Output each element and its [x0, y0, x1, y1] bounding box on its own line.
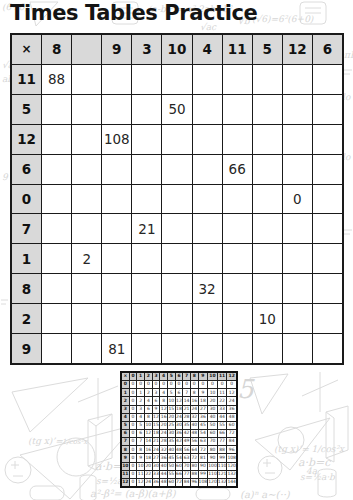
grid-empty-cell [223, 244, 252, 273]
grid-empty-cell [313, 95, 342, 124]
key-given-cell: 88 [218, 446, 227, 453]
grid-empty-cell [313, 244, 342, 273]
grid-empty-cell [253, 95, 282, 124]
grid-empty-cell [42, 125, 71, 154]
key-given-cell: 3 [137, 406, 144, 413]
key-given-cell: 8 [191, 389, 198, 396]
key-given-cell: 18 [199, 397, 208, 404]
key-given-cell: 96 [191, 479, 198, 486]
key-given-cell: 30 [208, 406, 217, 413]
key-given-cell: 77 [183, 471, 190, 478]
key-given-cell: 66 [218, 430, 227, 437]
key-given-cell: 0 [130, 397, 137, 404]
grid-empty-cell [313, 125, 342, 154]
key-given-cell: 4 [160, 389, 167, 396]
answer-key-grid: ×012345678910111200000000000000101234567… [120, 371, 238, 488]
grid-empty-cell [283, 125, 312, 154]
key-given-cell: 84 [227, 438, 236, 445]
key-given-cell: 42 [183, 430, 190, 437]
key-given-cell: 60 [208, 430, 217, 437]
key-given-cell: 120 [227, 463, 236, 470]
grid-empty-cell [193, 334, 222, 363]
key-given-cell: 10 [145, 422, 152, 429]
key-given-cell: 50 [208, 422, 217, 429]
key-given-cell: 110 [218, 463, 227, 470]
key-row-header: 7 [122, 438, 129, 445]
key-given-cell: 11 [137, 471, 144, 478]
key-row-header: 11 [122, 471, 129, 478]
key-given-cell: 6 [176, 389, 183, 396]
key-given-cell: 9 [153, 406, 160, 413]
grid-empty-cell [132, 244, 161, 273]
key-given-cell: 70 [183, 463, 190, 470]
key-given-cell: 55 [168, 471, 175, 478]
grid-empty-cell [102, 244, 131, 273]
key-given-cell: 40 [168, 446, 175, 453]
key-given-cell: 42 [176, 438, 183, 445]
key-given-cell: 6 [137, 430, 144, 437]
grid-empty-cell [72, 155, 101, 184]
grid-empty-cell [193, 65, 222, 94]
key-given-cell: 2 [145, 389, 152, 396]
key-given-cell: 0 [137, 381, 144, 388]
grid-empty-cell [162, 155, 191, 184]
key-row-header: 4 [122, 414, 129, 421]
key-given-cell: 49 [183, 438, 190, 445]
grid-empty-cell [42, 214, 71, 243]
grid-empty-cell [162, 244, 191, 273]
key-given-cell: 8 [145, 414, 152, 421]
key-given-cell: 0 [153, 381, 160, 388]
grid-row-header: 0 [12, 185, 41, 214]
grid-empty-cell [102, 304, 131, 333]
key-given-cell: 0 [176, 381, 183, 388]
grid-given-cell: 2 [72, 244, 101, 273]
grid-empty-cell [132, 185, 161, 214]
grid-empty-cell [193, 244, 222, 273]
grid-empty-cell [313, 155, 342, 184]
key-given-cell: 77 [218, 438, 227, 445]
grid-empty-cell [132, 334, 161, 363]
key-given-cell: 0 [130, 381, 137, 388]
key-given-cell: 10 [208, 389, 217, 396]
key-row-header: 5 [122, 422, 129, 429]
grid-given-cell: 10 [253, 304, 282, 333]
key-given-cell: 12 [145, 430, 152, 437]
key-given-cell: 14 [183, 397, 190, 404]
key-given-cell: 25 [168, 422, 175, 429]
key-given-cell: 22 [145, 471, 152, 478]
grid-empty-cell [162, 185, 191, 214]
key-given-cell: 2 [137, 397, 144, 404]
key-given-cell: 8 [160, 397, 167, 404]
key-given-cell: 48 [176, 446, 183, 453]
key-given-cell: 48 [227, 414, 236, 421]
grid-empty-cell [42, 304, 71, 333]
key-col-header: 1 [137, 373, 144, 380]
grid-given-cell: 32 [193, 274, 222, 303]
key-given-cell: 90 [208, 454, 217, 461]
key-given-cell: 0 [130, 463, 137, 470]
grid-empty-cell [283, 155, 312, 184]
key-given-cell: 24 [160, 430, 167, 437]
grid-col-header: 3 [132, 35, 161, 64]
key-given-cell: 27 [199, 406, 208, 413]
key-given-cell: 0 [130, 438, 137, 445]
grid-empty-cell [132, 65, 161, 94]
key-given-cell: 0 [199, 381, 208, 388]
key-col-header: 10 [208, 373, 217, 380]
key-given-cell: 0 [145, 381, 152, 388]
key-given-cell: 45 [199, 422, 208, 429]
grid-empty-cell [42, 95, 71, 124]
grid-empty-cell [72, 304, 101, 333]
key-row-header: 6 [122, 430, 129, 437]
grid-row-header: 8 [12, 274, 41, 303]
key-given-cell: 30 [153, 463, 160, 470]
grid-col-header: 11 [223, 35, 252, 64]
key-given-cell: 12 [153, 414, 160, 421]
key-given-cell: 72 [191, 454, 198, 461]
grid-empty-cell [162, 304, 191, 333]
key-given-cell: 18 [145, 454, 152, 461]
key-given-cell: 6 [145, 406, 152, 413]
grid-empty-cell [253, 65, 282, 94]
key-given-cell: 0 [168, 381, 175, 388]
key-given-cell: 11 [218, 389, 227, 396]
grid-empty-cell [253, 185, 282, 214]
key-given-cell: 100 [208, 463, 217, 470]
key-given-cell: 132 [227, 471, 236, 478]
key-row-header: 2 [122, 397, 129, 404]
grid-empty-cell [283, 334, 312, 363]
key-row-header: 1 [122, 389, 129, 396]
key-given-cell: 44 [160, 471, 167, 478]
grid-col-header: 4 [193, 35, 222, 64]
key-given-cell: 80 [191, 463, 198, 470]
key-given-cell: 7 [183, 389, 190, 396]
key-given-cell: 84 [183, 479, 190, 486]
key-given-cell: 16 [160, 414, 167, 421]
grid-empty-cell [72, 334, 101, 363]
grid-empty-cell [42, 274, 71, 303]
key-given-cell: 20 [160, 422, 167, 429]
key-col-header: 9 [199, 373, 208, 380]
key-given-cell: 36 [153, 479, 160, 486]
grid-row-header: 1 [12, 244, 41, 273]
key-given-cell: 0 [130, 446, 137, 453]
key-given-cell: 4 [137, 414, 144, 421]
key-given-cell: 48 [191, 430, 198, 437]
key-given-cell: 32 [191, 414, 198, 421]
key-given-cell: 28 [160, 438, 167, 445]
key-row-header: 0 [122, 381, 129, 388]
key-given-cell: 50 [168, 463, 175, 470]
grid-empty-cell [162, 125, 191, 154]
grid-empty-cell [313, 334, 342, 363]
grid-col-header: 8 [42, 35, 71, 64]
key-given-cell: 81 [199, 454, 208, 461]
key-given-cell: 0 [191, 381, 198, 388]
key-given-cell: 0 [130, 406, 137, 413]
key-col-header: 12 [227, 373, 236, 380]
grid-empty-cell [193, 304, 222, 333]
key-given-cell: 44 [218, 414, 227, 421]
grid-empty-cell [313, 304, 342, 333]
key-given-cell: 108 [227, 454, 236, 461]
grid-empty-cell [42, 334, 71, 363]
grid-given-cell: 88 [42, 65, 71, 94]
grid-col-header: 10 [162, 35, 191, 64]
key-given-cell: 15 [168, 406, 175, 413]
key-given-cell: 33 [218, 406, 227, 413]
grid-row-header: 9 [12, 334, 41, 363]
key-given-cell: 12 [176, 397, 183, 404]
grid-empty-cell [132, 95, 161, 124]
key-given-cell: 60 [168, 479, 175, 486]
grid-given-cell: 81 [102, 334, 131, 363]
key-given-cell: 9 [199, 389, 208, 396]
key-row-header: 3 [122, 406, 129, 413]
key-given-cell: 132 [218, 479, 227, 486]
grid-empty-cell [223, 274, 252, 303]
grid-empty-cell [132, 155, 161, 184]
grid-corner-cell: × [12, 35, 41, 64]
key-given-cell: 40 [208, 414, 217, 421]
key-given-cell: 63 [199, 438, 208, 445]
key-given-cell: 27 [153, 454, 160, 461]
key-given-cell: 54 [176, 454, 183, 461]
key-given-cell: 121 [218, 471, 227, 478]
grid-given-cell: 0 [283, 185, 312, 214]
key-given-cell: 88 [191, 471, 198, 478]
key-given-cell: 0 [130, 471, 137, 478]
grid-empty-cell [102, 95, 131, 124]
key-given-cell: 35 [183, 422, 190, 429]
key-given-cell: 45 [168, 454, 175, 461]
grid-row-header: 11 [12, 65, 41, 94]
key-given-cell: 30 [176, 422, 183, 429]
page-title: Times Tables Practice [10, 1, 257, 25]
key-col-header: 2 [145, 373, 152, 380]
key-given-cell: 15 [153, 422, 160, 429]
key-given-cell: 63 [183, 454, 190, 461]
key-given-cell: 33 [153, 471, 160, 478]
key-given-cell: 99 [199, 471, 208, 478]
key-given-cell: 0 [183, 381, 190, 388]
grid-empty-cell [72, 274, 101, 303]
key-given-cell: 28 [183, 414, 190, 421]
key-given-cell: 18 [153, 430, 160, 437]
grid-col-header: 9 [102, 35, 131, 64]
grid-empty-cell [162, 214, 191, 243]
key-col-header: 11 [218, 373, 227, 380]
key-given-cell: 8 [137, 446, 144, 453]
key-given-cell: 20 [168, 414, 175, 421]
grid-empty-cell [72, 214, 101, 243]
key-col-header: 5 [168, 373, 175, 380]
key-given-cell: 24 [153, 446, 160, 453]
key-given-cell: 40 [160, 463, 167, 470]
key-given-cell: 30 [168, 430, 175, 437]
key-given-cell: 10 [168, 397, 175, 404]
grid-empty-cell [253, 244, 282, 273]
grid-empty-cell [193, 125, 222, 154]
key-given-cell: 48 [160, 479, 167, 486]
key-col-header: 8 [191, 373, 198, 380]
key-given-cell: 0 [130, 414, 137, 421]
key-given-cell: 72 [176, 479, 183, 486]
key-given-cell: 10 [137, 463, 144, 470]
key-given-cell: 72 [227, 430, 236, 437]
grid-empty-cell [42, 185, 71, 214]
key-given-cell: 14 [145, 438, 152, 445]
grid-empty-cell [132, 125, 161, 154]
key-given-cell: 32 [160, 446, 167, 453]
key-given-cell: 16 [191, 397, 198, 404]
grid-empty-cell [162, 334, 191, 363]
grid-empty-cell [283, 244, 312, 273]
key-given-cell: 56 [191, 438, 198, 445]
key-given-cell: 36 [160, 454, 167, 461]
grid-col-header: 12 [283, 35, 312, 64]
key-given-cell: 20 [145, 463, 152, 470]
worksheet-page: Times Tables Practice ×89310411512611885… [0, 0, 353, 500]
key-given-cell: 21 [153, 438, 160, 445]
grid-col-header: 6 [313, 35, 342, 64]
grid-empty-cell [313, 65, 342, 94]
key-given-cell: 0 [160, 381, 167, 388]
key-given-cell: 80 [208, 446, 217, 453]
key-given-cell: 0 [130, 479, 137, 486]
grid-empty-cell [223, 125, 252, 154]
grid-empty-cell [42, 155, 71, 184]
grid-row-header: 6 [12, 155, 41, 184]
grid-empty-cell [193, 155, 222, 184]
key-given-cell: 6 [153, 397, 160, 404]
grid-empty-cell [253, 334, 282, 363]
key-given-cell: 96 [227, 446, 236, 453]
key-given-cell: 0 [227, 381, 236, 388]
key-given-cell: 9 [137, 454, 144, 461]
key-given-cell: 21 [183, 406, 190, 413]
grid-empty-cell [72, 95, 101, 124]
grid-empty-cell [283, 274, 312, 303]
key-given-cell: 22 [218, 397, 227, 404]
key-given-cell: 4 [145, 397, 152, 404]
key-row-header: 10 [122, 463, 129, 470]
key-corner-cell: × [122, 373, 129, 380]
grid-given-cell: 50 [162, 95, 191, 124]
grid-row-header: 5 [12, 95, 41, 124]
key-given-cell: 12 [137, 479, 144, 486]
grid-empty-cell [223, 304, 252, 333]
key-given-cell: 55 [218, 422, 227, 429]
grid-empty-cell [313, 185, 342, 214]
key-given-cell: 16 [145, 446, 152, 453]
key-given-cell: 36 [176, 430, 183, 437]
grid-empty-cell [283, 95, 312, 124]
grid-empty-cell [42, 244, 71, 273]
practice-grid: ×893104115126118855012108666007211283221… [10, 33, 344, 365]
key-given-cell: 12 [160, 406, 167, 413]
grid-row-header: 7 [12, 214, 41, 243]
grid-empty-cell [283, 304, 312, 333]
grid-empty-cell [313, 274, 342, 303]
key-given-cell: 0 [130, 454, 137, 461]
key-col-header: 7 [183, 373, 190, 380]
key-given-cell: 54 [199, 430, 208, 437]
key-col-header: 0 [130, 373, 137, 380]
grid-empty-cell [223, 214, 252, 243]
key-given-cell: 60 [176, 463, 183, 470]
grid-empty-cell [253, 274, 282, 303]
key-given-cell: 35 [168, 438, 175, 445]
grid-empty-cell [223, 334, 252, 363]
key-given-cell: 0 [218, 381, 227, 388]
key-col-header: 4 [160, 373, 167, 380]
grid-empty-cell [102, 214, 131, 243]
key-given-cell: 108 [199, 479, 208, 486]
key-given-cell: 24 [227, 397, 236, 404]
key-row-header: 12 [122, 479, 129, 486]
key-given-cell: 120 [208, 479, 217, 486]
grid-empty-cell [132, 274, 161, 303]
grid-empty-cell [132, 304, 161, 333]
grid-col-header: 5 [253, 35, 282, 64]
grid-empty-cell [193, 95, 222, 124]
grid-empty-cell [162, 274, 191, 303]
grid-empty-cell [102, 65, 131, 94]
key-given-cell: 90 [199, 463, 208, 470]
grid-empty-cell [193, 185, 222, 214]
grid-empty-cell [72, 185, 101, 214]
grid-given-cell: 66 [223, 155, 252, 184]
key-given-cell: 70 [208, 438, 217, 445]
grid-empty-cell [162, 65, 191, 94]
key-given-cell: 3 [153, 389, 160, 396]
key-given-cell: 36 [199, 414, 208, 421]
key-given-cell: 24 [145, 479, 152, 486]
key-row-header: 8 [122, 446, 129, 453]
grid-empty-cell [253, 155, 282, 184]
key-given-cell: 40 [191, 422, 198, 429]
grid-empty-cell [283, 214, 312, 243]
grid-empty-cell [223, 95, 252, 124]
key-given-cell: 5 [168, 389, 175, 396]
grid-empty-cell [253, 214, 282, 243]
grid-empty-cell [223, 185, 252, 214]
grid-empty-cell [102, 185, 131, 214]
grid-given-cell: 21 [132, 214, 161, 243]
grid-empty-cell [253, 125, 282, 154]
grid-col-header [72, 35, 101, 64]
grid-empty-cell [102, 274, 131, 303]
key-given-cell: 66 [176, 471, 183, 478]
key-given-cell: 99 [218, 454, 227, 461]
key-row-header: 9 [122, 454, 129, 461]
key-given-cell: 20 [208, 397, 217, 404]
key-given-cell: 64 [191, 446, 198, 453]
key-given-cell: 24 [191, 406, 198, 413]
grid-given-cell: 108 [102, 125, 131, 154]
key-given-cell: 18 [176, 406, 183, 413]
key-given-cell: 12 [227, 389, 236, 396]
key-given-cell: 60 [227, 422, 236, 429]
key-given-cell: 7 [137, 438, 144, 445]
key-given-cell: 5 [137, 422, 144, 429]
key-given-cell: 110 [208, 471, 217, 478]
